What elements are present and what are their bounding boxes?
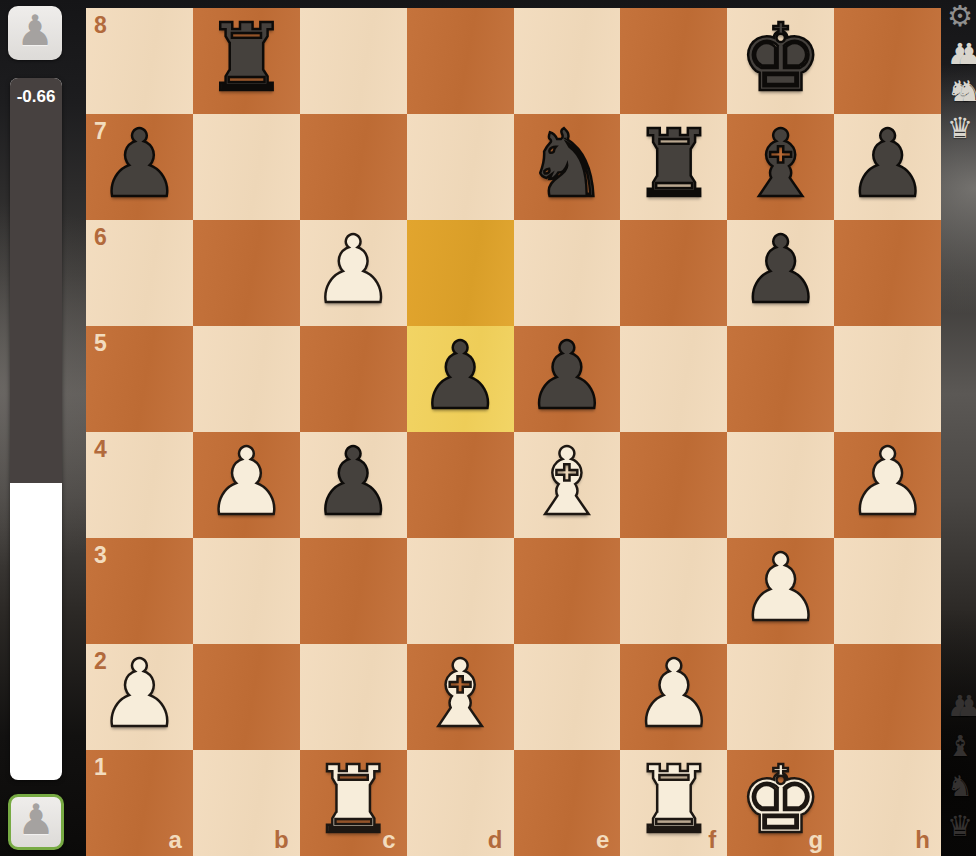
captured-black-knight-icon: ♞ xyxy=(947,772,973,801)
square-f6[interactable] xyxy=(620,220,727,326)
black-pawn-d5[interactable]: ♟ xyxy=(418,330,501,423)
square-f1[interactable]: f♜ xyxy=(620,750,727,856)
square-d7[interactable] xyxy=(407,114,514,220)
white-pawn-h4[interactable]: ♟ xyxy=(846,436,929,529)
pawn-avatar-icon: ♟ xyxy=(17,799,55,841)
settings-gear-icon[interactable]: ⚙ xyxy=(947,2,973,31)
opponent-avatar[interactable]: ♟ xyxy=(8,6,62,60)
chess-board[interactable]: 8♜♚7♟♞♜♝♟6♟♟5♟♟4♟♟♝♟3♟2♟♝♟1abc♜def♜g♚h xyxy=(86,8,941,856)
square-h8[interactable] xyxy=(834,8,941,114)
square-c2[interactable] xyxy=(300,644,407,750)
evaluation-score: -0.66 xyxy=(10,87,62,107)
square-b7[interactable] xyxy=(193,114,300,220)
file-label-d: d xyxy=(488,826,503,854)
square-h4[interactable]: ♟ xyxy=(834,432,941,538)
square-g3[interactable]: ♟ xyxy=(727,538,834,644)
square-a7[interactable]: 7♟ xyxy=(86,114,193,220)
square-c6[interactable]: ♟ xyxy=(300,220,407,326)
square-e4[interactable]: ♝ xyxy=(514,432,621,538)
square-g8[interactable]: ♚ xyxy=(727,8,834,114)
square-d4[interactable] xyxy=(407,432,514,538)
square-e6[interactable] xyxy=(514,220,621,326)
square-b1[interactable]: b xyxy=(193,750,300,856)
black-pawn-g6[interactable]: ♟ xyxy=(739,224,822,317)
square-h2[interactable] xyxy=(834,644,941,750)
square-b5[interactable] xyxy=(193,326,300,432)
white-pawn-c6[interactable]: ♟ xyxy=(312,224,395,317)
square-c3[interactable] xyxy=(300,538,407,644)
square-e2[interactable] xyxy=(514,644,621,750)
square-f3[interactable] xyxy=(620,538,727,644)
square-a6[interactable]: 6 xyxy=(86,220,193,326)
rank-label-4: 4 xyxy=(94,436,107,463)
file-label-h: h xyxy=(915,826,930,854)
square-e5[interactable]: ♟ xyxy=(514,326,621,432)
square-g2[interactable] xyxy=(727,644,834,750)
square-h7[interactable]: ♟ xyxy=(834,114,941,220)
square-f7[interactable]: ♜ xyxy=(620,114,727,220)
captured-black-bishop-icon: ♝ xyxy=(947,732,973,761)
square-h5[interactable] xyxy=(834,326,941,432)
square-g1[interactable]: g♚ xyxy=(727,750,834,856)
captured-white-queen-icon: ♛ xyxy=(947,114,973,143)
square-b4[interactable]: ♟ xyxy=(193,432,300,538)
white-bishop-d2[interactable]: ♝ xyxy=(418,648,501,741)
black-knight-e7[interactable]: ♞ xyxy=(525,118,608,211)
black-pawn-h7[interactable]: ♟ xyxy=(846,118,929,211)
white-king-g1[interactable]: ♚ xyxy=(739,754,822,847)
white-pawn-g3[interactable]: ♟ xyxy=(739,542,822,635)
rank-label-3: 3 xyxy=(94,542,107,569)
square-h1[interactable]: h xyxy=(834,750,941,856)
white-rook-c1[interactable]: ♜ xyxy=(312,754,395,847)
captured-white-knights-icon: ♞♞ xyxy=(947,77,976,106)
square-e3[interactable] xyxy=(514,538,621,644)
right-toolbar: ⚙ ♟♟ ♞♞ ♛ ♟♟ ♝ ♞ ♛ xyxy=(947,0,976,856)
black-rook-f7[interactable]: ♜ xyxy=(632,118,715,211)
square-a4[interactable]: 4 xyxy=(86,432,193,538)
white-rook-f1[interactable]: ♜ xyxy=(632,754,715,847)
square-g7[interactable]: ♝ xyxy=(727,114,834,220)
square-g4[interactable] xyxy=(727,432,834,538)
square-a5[interactable]: 5 xyxy=(86,326,193,432)
square-c1[interactable]: c♜ xyxy=(300,750,407,856)
square-d8[interactable] xyxy=(407,8,514,114)
white-pawn-a2[interactable]: ♟ xyxy=(98,648,181,741)
black-bishop-g7[interactable]: ♝ xyxy=(739,118,822,211)
square-c8[interactable] xyxy=(300,8,407,114)
file-label-b: b xyxy=(274,826,289,854)
rank-label-5: 5 xyxy=(94,330,107,357)
square-d1[interactable]: d xyxy=(407,750,514,856)
square-d5[interactable]: ♟ xyxy=(407,326,514,432)
white-pawn-b4[interactable]: ♟ xyxy=(205,436,288,529)
square-f8[interactable] xyxy=(620,8,727,114)
square-a8[interactable]: 8 xyxy=(86,8,193,114)
square-c5[interactable] xyxy=(300,326,407,432)
black-king-g8[interactable]: ♚ xyxy=(739,12,822,105)
captured-black-pawns-icon: ♟♟ xyxy=(947,692,976,721)
black-pawn-c4[interactable]: ♟ xyxy=(312,436,395,529)
black-pawn-e5[interactable]: ♟ xyxy=(525,330,608,423)
square-e1[interactable]: e xyxy=(514,750,621,856)
square-b8[interactable]: ♜ xyxy=(193,8,300,114)
square-a2[interactable]: 2♟ xyxy=(86,644,193,750)
white-bishop-e4[interactable]: ♝ xyxy=(525,436,608,529)
evaluation-bar: -0.66 xyxy=(10,78,62,780)
black-pawn-a7[interactable]: ♟ xyxy=(98,118,181,211)
square-f4[interactable] xyxy=(620,432,727,538)
file-label-e: e xyxy=(596,826,609,854)
square-d3[interactable] xyxy=(407,538,514,644)
square-f5[interactable] xyxy=(620,326,727,432)
square-c7[interactable] xyxy=(300,114,407,220)
square-e8[interactable] xyxy=(514,8,621,114)
square-b6[interactable] xyxy=(193,220,300,326)
square-b3[interactable] xyxy=(193,538,300,644)
rank-label-8: 8 xyxy=(94,12,107,39)
square-d2[interactable]: ♝ xyxy=(407,644,514,750)
captured-white-pawns-icon: ♟♟ xyxy=(947,40,976,69)
white-pawn-f2[interactable]: ♟ xyxy=(632,648,715,741)
square-c4[interactable]: ♟ xyxy=(300,432,407,538)
square-f2[interactable]: ♟ xyxy=(620,644,727,750)
square-g5[interactable] xyxy=(727,326,834,432)
square-d6[interactable] xyxy=(407,220,514,326)
square-e7[interactable]: ♞ xyxy=(514,114,621,220)
pawn-avatar-icon: ♟ xyxy=(16,10,54,52)
captured-black-queen-icon: ♛ xyxy=(947,812,973,841)
square-a1[interactable]: 1a xyxy=(86,750,193,856)
evaluation-bar-black-section xyxy=(10,78,62,483)
square-h3[interactable] xyxy=(834,538,941,644)
player-avatar-active[interactable]: ♟ xyxy=(8,794,64,850)
file-label-a: a xyxy=(169,826,182,854)
square-h6[interactable] xyxy=(834,220,941,326)
square-a3[interactable]: 3 xyxy=(86,538,193,644)
black-rook-b8[interactable]: ♜ xyxy=(205,12,288,105)
rank-label-1: 1 xyxy=(94,754,107,781)
square-b2[interactable] xyxy=(193,644,300,750)
rank-label-6: 6 xyxy=(94,224,107,251)
square-g6[interactable]: ♟ xyxy=(727,220,834,326)
